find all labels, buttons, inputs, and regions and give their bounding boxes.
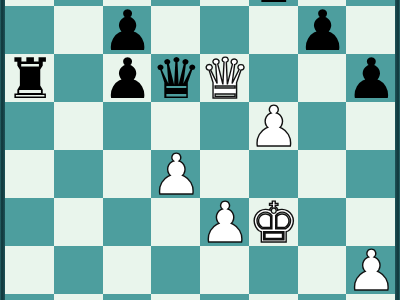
square-b6[interactable] [54, 54, 103, 102]
black-queen-d6[interactable]: ♛ [151, 51, 200, 107]
square-f3[interactable]: ♚ [249, 198, 298, 246]
square-g3[interactable] [298, 198, 347, 246]
square-c5[interactable] [103, 102, 152, 150]
chess-board: ♚♟♟♜♟♛♛♟♟♟♟♚♟ [5, 0, 395, 300]
square-d4[interactable]: ♟ [151, 150, 200, 198]
square-b5[interactable] [54, 102, 103, 150]
white-queen-e6[interactable]: ♛ [200, 51, 249, 107]
square-a6[interactable]: ♜ [5, 54, 54, 102]
square-e6[interactable]: ♛ [200, 54, 249, 102]
square-g7[interactable]: ♟ [298, 6, 347, 54]
square-d6[interactable]: ♛ [151, 54, 200, 102]
square-g1[interactable] [298, 294, 347, 300]
square-f5[interactable]: ♟ [249, 102, 298, 150]
square-h5[interactable] [346, 102, 395, 150]
square-g4[interactable] [298, 150, 347, 198]
black-rook-a6[interactable]: ♜ [5, 51, 54, 107]
square-b2[interactable] [54, 246, 103, 294]
square-h6[interactable]: ♟ [346, 54, 395, 102]
square-c1[interactable] [103, 294, 152, 300]
square-d1[interactable] [151, 294, 200, 300]
square-a1[interactable] [5, 294, 54, 300]
white-pawn-h2[interactable]: ♟ [346, 243, 395, 299]
square-a4[interactable] [5, 150, 54, 198]
square-a5[interactable] [5, 102, 54, 150]
square-a3[interactable] [5, 198, 54, 246]
board-frame-right [395, 0, 400, 300]
square-g6[interactable] [298, 54, 347, 102]
square-c3[interactable] [103, 198, 152, 246]
square-f1[interactable] [249, 294, 298, 300]
square-a2[interactable] [5, 246, 54, 294]
square-g5[interactable] [298, 102, 347, 150]
chess-board-viewport: ♚♟♟♜♟♛♛♟♟♟♟♚♟ [0, 0, 400, 300]
board-frame-left [0, 0, 5, 300]
square-b7[interactable] [54, 6, 103, 54]
square-h4[interactable] [346, 150, 395, 198]
square-c2[interactable] [103, 246, 152, 294]
square-h1[interactable] [346, 294, 395, 300]
square-d2[interactable] [151, 246, 200, 294]
square-b4[interactable] [54, 150, 103, 198]
white-pawn-f5[interactable]: ♟ [249, 99, 298, 155]
square-f2[interactable] [249, 246, 298, 294]
white-pawn-d4[interactable]: ♟ [151, 147, 200, 203]
square-c6[interactable]: ♟ [103, 54, 152, 102]
square-b3[interactable] [54, 198, 103, 246]
square-d3[interactable] [151, 198, 200, 246]
square-e2[interactable] [200, 246, 249, 294]
square-f7[interactable] [249, 6, 298, 54]
black-pawn-h6[interactable]: ♟ [346, 51, 395, 107]
white-pawn-e3[interactable]: ♟ [200, 195, 249, 251]
square-h2[interactable]: ♟ [346, 246, 395, 294]
square-g2[interactable] [298, 246, 347, 294]
square-e5[interactable] [200, 102, 249, 150]
square-b1[interactable] [54, 294, 103, 300]
square-c4[interactable] [103, 150, 152, 198]
black-pawn-g7[interactable]: ♟ [298, 3, 347, 59]
black-pawn-c6[interactable]: ♟ [103, 51, 152, 107]
square-e3[interactable]: ♟ [200, 198, 249, 246]
white-king-f3[interactable]: ♚ [249, 195, 298, 251]
square-e1[interactable] [200, 294, 249, 300]
